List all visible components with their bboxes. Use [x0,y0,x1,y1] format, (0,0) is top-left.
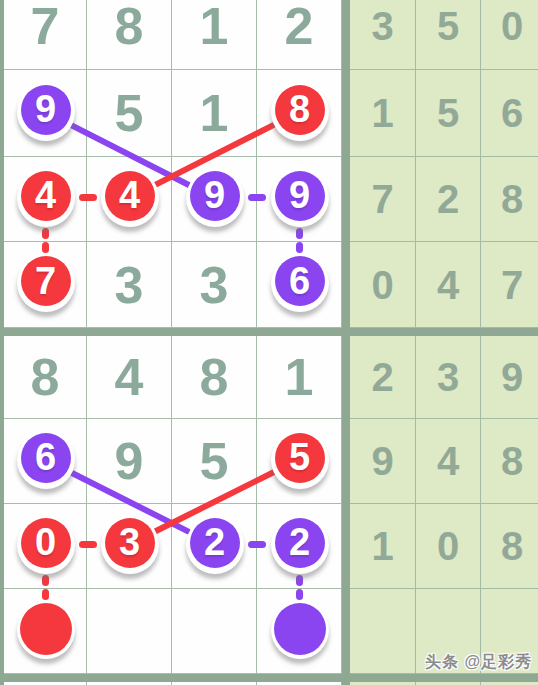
number-chip-purple: 9 [17,83,75,141]
chip-number: 2 [190,518,240,568]
chip-number: 5 [275,433,325,483]
number-chip-purple: 9 [271,169,329,227]
chip-number: 3 [105,518,155,568]
number-chip-red: 7 [17,254,75,312]
chip-number: 2 [275,518,325,568]
chip-number: 4 [21,171,71,221]
number-chip-purple: 6 [271,254,329,312]
chip-number: 0 [21,518,71,568]
number-chips-layer: 98449976650322 [0,0,538,685]
number-chip-red: 4 [101,169,159,227]
dot-face [20,603,72,655]
chip-number: 6 [275,256,325,306]
chip-number: 7 [21,256,71,306]
dot-face [274,603,326,655]
watermark: 头条 @足彩秀 [425,652,532,673]
marker-dot-red [17,601,75,659]
chip-number: 4 [105,171,155,221]
number-chip-purple: 9 [186,169,244,227]
marker-dot-purple [271,601,329,659]
number-chip-red: 5 [271,431,329,489]
number-chip-purple: 2 [271,516,329,574]
number-chip-red: 8 [271,83,329,141]
chip-number: 9 [21,85,71,135]
chip-number: 9 [190,171,240,221]
chip-number: 6 [21,433,71,483]
number-chip-red: 0 [17,516,75,574]
number-chip-purple: 2 [186,516,244,574]
number-chip-red: 3 [101,516,159,574]
number-chip-red: 4 [17,169,75,227]
chip-number: 9 [275,171,325,221]
chip-number: 8 [275,85,325,135]
number-chip-purple: 6 [17,431,75,489]
trend-chart: 78123505115672833047848123995948108 9844… [0,0,538,685]
